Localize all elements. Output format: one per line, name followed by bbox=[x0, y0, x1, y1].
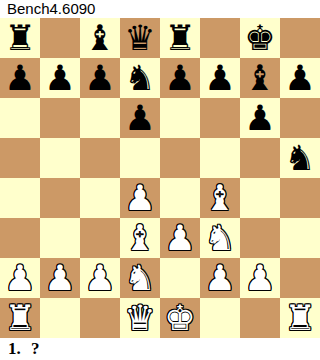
square-h1[interactable]: ♜ bbox=[280, 298, 320, 338]
square-h4[interactable] bbox=[280, 178, 320, 218]
piece-white-rook-h1[interactable]: ♜ bbox=[280, 298, 320, 338]
piece-white-pawn-c2[interactable]: ♟ bbox=[80, 258, 120, 298]
square-e2[interactable] bbox=[160, 258, 200, 298]
square-f2[interactable]: ♟ bbox=[200, 258, 240, 298]
square-b6[interactable] bbox=[40, 98, 80, 138]
piece-black-bishop-c8[interactable]: ♝ bbox=[80, 18, 120, 58]
square-a3[interactable] bbox=[0, 218, 40, 258]
square-c5[interactable] bbox=[80, 138, 120, 178]
square-d8[interactable]: ♛ bbox=[120, 18, 160, 58]
square-b1[interactable] bbox=[40, 298, 80, 338]
square-d7[interactable]: ♞ bbox=[120, 58, 160, 98]
piece-white-pawn-f2[interactable]: ♟ bbox=[200, 258, 240, 298]
piece-white-pawn-e3[interactable]: ♟ bbox=[160, 218, 200, 258]
square-a7[interactable]: ♟ bbox=[0, 58, 40, 98]
piece-white-rook-a1[interactable]: ♜ bbox=[0, 298, 40, 338]
piece-black-knight-h5[interactable]: ♞ bbox=[280, 138, 320, 178]
piece-black-pawn-a7[interactable]: ♟ bbox=[0, 58, 40, 98]
square-h7[interactable]: ♟ bbox=[280, 58, 320, 98]
piece-white-king-e1[interactable]: ♚ bbox=[160, 298, 200, 338]
square-a1[interactable]: ♜ bbox=[0, 298, 40, 338]
square-h3[interactable] bbox=[280, 218, 320, 258]
piece-black-rook-e8[interactable]: ♜ bbox=[160, 18, 200, 58]
piece-black-pawn-e7[interactable]: ♟ bbox=[160, 58, 200, 98]
square-e3[interactable]: ♟ bbox=[160, 218, 200, 258]
square-g1[interactable] bbox=[240, 298, 280, 338]
square-c4[interactable] bbox=[80, 178, 120, 218]
square-e6[interactable] bbox=[160, 98, 200, 138]
piece-white-pawn-g2[interactable]: ♟ bbox=[240, 258, 280, 298]
square-d6[interactable]: ♟ bbox=[120, 98, 160, 138]
square-g6[interactable]: ♟ bbox=[240, 98, 280, 138]
piece-white-bishop-f4[interactable]: ♝ bbox=[200, 178, 240, 218]
square-b5[interactable] bbox=[40, 138, 80, 178]
square-g3[interactable] bbox=[240, 218, 280, 258]
square-c6[interactable] bbox=[80, 98, 120, 138]
square-f6[interactable] bbox=[200, 98, 240, 138]
piece-white-knight-f3[interactable]: ♞ bbox=[200, 218, 240, 258]
square-b2[interactable]: ♟ bbox=[40, 258, 80, 298]
square-h5[interactable]: ♞ bbox=[280, 138, 320, 178]
piece-black-pawn-d6[interactable]: ♟ bbox=[120, 98, 160, 138]
square-e5[interactable] bbox=[160, 138, 200, 178]
square-d5[interactable] bbox=[120, 138, 160, 178]
square-e7[interactable]: ♟ bbox=[160, 58, 200, 98]
piece-black-pawn-f7[interactable]: ♟ bbox=[200, 58, 240, 98]
square-b4[interactable] bbox=[40, 178, 80, 218]
square-a5[interactable] bbox=[0, 138, 40, 178]
square-d4[interactable]: ♟ bbox=[120, 178, 160, 218]
square-b8[interactable] bbox=[40, 18, 80, 58]
square-h6[interactable] bbox=[280, 98, 320, 138]
piece-white-knight-d2[interactable]: ♞ bbox=[120, 258, 160, 298]
piece-black-pawn-b7[interactable]: ♟ bbox=[40, 58, 80, 98]
square-e1[interactable]: ♚ bbox=[160, 298, 200, 338]
square-b7[interactable]: ♟ bbox=[40, 58, 80, 98]
piece-black-pawn-c7[interactable]: ♟ bbox=[80, 58, 120, 98]
square-a2[interactable]: ♟ bbox=[0, 258, 40, 298]
piece-black-knight-d7[interactable]: ♞ bbox=[120, 58, 160, 98]
square-d2[interactable]: ♞ bbox=[120, 258, 160, 298]
piece-black-bishop-g7[interactable]: ♝ bbox=[240, 58, 280, 98]
move-prompt: 1. ? bbox=[0, 338, 320, 360]
square-c1[interactable] bbox=[80, 298, 120, 338]
square-g2[interactable]: ♟ bbox=[240, 258, 280, 298]
square-f5[interactable] bbox=[200, 138, 240, 178]
square-a4[interactable] bbox=[0, 178, 40, 218]
piece-black-queen-d8[interactable]: ♛ bbox=[120, 18, 160, 58]
square-g5[interactable] bbox=[240, 138, 280, 178]
piece-white-bishop-d3[interactable]: ♝ bbox=[120, 218, 160, 258]
square-c3[interactable] bbox=[80, 218, 120, 258]
piece-white-pawn-b2[interactable]: ♟ bbox=[40, 258, 80, 298]
chess-app-window: Bench4.6090 ♜♝♛♜♚♟♟♟♞♟♟♝♟♟♟♞♟♝♝♟♞♟♟♟♞♟♟♜… bbox=[0, 0, 320, 360]
square-f3[interactable]: ♞ bbox=[200, 218, 240, 258]
piece-white-pawn-a2[interactable]: ♟ bbox=[0, 258, 40, 298]
piece-black-rook-a8[interactable]: ♜ bbox=[0, 18, 40, 58]
square-f4[interactable]: ♝ bbox=[200, 178, 240, 218]
square-f8[interactable] bbox=[200, 18, 240, 58]
square-g8[interactable]: ♚ bbox=[240, 18, 280, 58]
square-g4[interactable] bbox=[240, 178, 280, 218]
piece-black-pawn-h7[interactable]: ♟ bbox=[280, 58, 320, 98]
square-e8[interactable]: ♜ bbox=[160, 18, 200, 58]
square-c7[interactable]: ♟ bbox=[80, 58, 120, 98]
piece-white-queen-d1[interactable]: ♛ bbox=[120, 298, 160, 338]
square-d3[interactable]: ♝ bbox=[120, 218, 160, 258]
square-e4[interactable] bbox=[160, 178, 200, 218]
square-h8[interactable] bbox=[280, 18, 320, 58]
window-title: Bench4.6090 bbox=[0, 0, 320, 18]
piece-white-pawn-d4[interactable]: ♟ bbox=[120, 178, 160, 218]
square-c8[interactable]: ♝ bbox=[80, 18, 120, 58]
square-a6[interactable] bbox=[0, 98, 40, 138]
square-f7[interactable]: ♟ bbox=[200, 58, 240, 98]
piece-black-king-g8[interactable]: ♚ bbox=[240, 18, 280, 58]
square-f1[interactable] bbox=[200, 298, 240, 338]
chess-board: ♜♝♛♜♚♟♟♟♞♟♟♝♟♟♟♞♟♝♝♟♞♟♟♟♞♟♟♜♛♚♜ bbox=[0, 18, 320, 338]
square-b3[interactable] bbox=[40, 218, 80, 258]
piece-black-pawn-g6[interactable]: ♟ bbox=[240, 98, 280, 138]
square-d1[interactable]: ♛ bbox=[120, 298, 160, 338]
square-g7[interactable]: ♝ bbox=[240, 58, 280, 98]
square-a8[interactable]: ♜ bbox=[0, 18, 40, 58]
square-c2[interactable]: ♟ bbox=[80, 258, 120, 298]
square-h2[interactable] bbox=[280, 258, 320, 298]
